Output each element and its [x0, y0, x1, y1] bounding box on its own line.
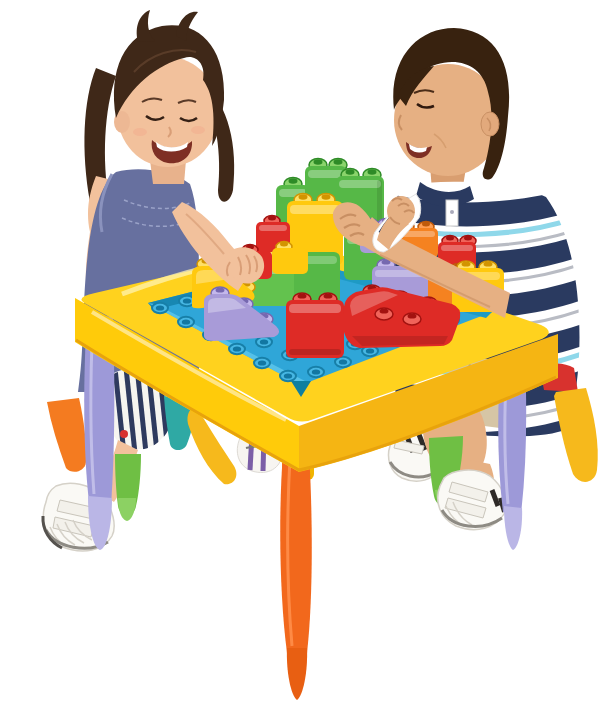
girl-blush: [133, 128, 147, 136]
stud: [254, 358, 270, 368]
scene-illustration: [0, 0, 600, 719]
block-sheen: [290, 205, 340, 214]
stud: [308, 367, 324, 377]
block-stud: [368, 169, 377, 175]
block-stud: [298, 293, 307, 298]
stud: [256, 337, 272, 347]
block-stud: [346, 169, 355, 175]
block-stud: [462, 261, 471, 266]
block-shade: [289, 349, 341, 355]
boy-placket-button: [450, 210, 454, 214]
girl-blush: [191, 126, 205, 134]
block-stud: [314, 159, 323, 165]
block-stud: [484, 261, 493, 266]
block-stud: [280, 242, 288, 247]
stud: [178, 317, 194, 327]
block-stud: [289, 178, 298, 184]
leg-cap: [287, 648, 307, 700]
leg-green-cap: [118, 498, 136, 521]
block-stud: [464, 236, 472, 241]
stud: [152, 303, 168, 313]
stud: [280, 371, 296, 381]
block-stud: [322, 194, 331, 200]
table-leg-front-orange: [280, 452, 312, 700]
block-red-2x2: [286, 293, 344, 358]
girl-shorts-button: [120, 430, 128, 438]
block-stud: [299, 194, 308, 200]
block-stud: [446, 236, 454, 241]
block-body: [272, 248, 308, 274]
girl-stool-leg-orange: [47, 398, 86, 472]
block-sheen: [339, 180, 381, 188]
block-stud: [422, 222, 430, 227]
block-stud: [216, 287, 225, 292]
block-sheen: [259, 225, 287, 231]
leg-body: [280, 452, 312, 653]
block-stud: [334, 159, 343, 165]
boy-stool-leg-yellow: [554, 388, 598, 482]
boy-sneaker-near: [438, 470, 506, 530]
stud: [335, 357, 351, 367]
block-sheen: [441, 245, 473, 251]
block-stud: [324, 293, 333, 298]
photo-canvas: [0, 0, 600, 719]
block-sheen: [289, 304, 341, 313]
block-stud: [408, 313, 417, 318]
block-stud: [268, 216, 276, 221]
girl-stool-leg-green: [115, 454, 141, 521]
block-sheen: [308, 170, 344, 178]
leg-cap: [504, 506, 522, 550]
stud: [229, 344, 245, 354]
block-stud: [380, 308, 389, 313]
